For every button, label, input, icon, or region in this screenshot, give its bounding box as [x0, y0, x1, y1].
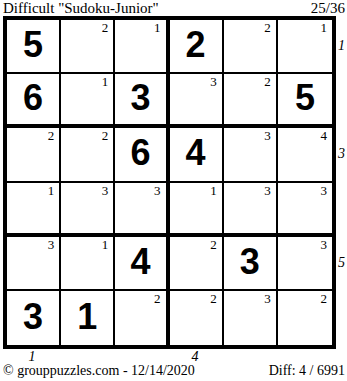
cell-r2c5[interactable]: 2: [224, 74, 278, 128]
cell-r2c1[interactable]: 6: [7, 74, 61, 128]
corner-mark: 2: [264, 20, 271, 35]
cell-r6c4[interactable]: 2: [170, 291, 224, 345]
copyright-text: © grouppuzzles.com - 12/14/2020: [3, 363, 195, 379]
cell-r1c5[interactable]: 2: [224, 20, 278, 74]
cell-r5c5[interactable]: 3: [224, 237, 278, 291]
row-label-5: 5: [338, 255, 345, 271]
cell-r3c2[interactable]: 2: [61, 128, 115, 182]
cell-r2c2[interactable]: 1: [61, 74, 115, 128]
given-digit: 3: [224, 237, 276, 289]
sudoku-page: Difficult "Sudoku-Junior" 25/36 52122161…: [0, 0, 347, 381]
corner-mark: 1: [48, 183, 55, 198]
corner-mark: 2: [210, 291, 217, 306]
corner-mark: 3: [154, 183, 161, 198]
cell-r1c6[interactable]: 1: [278, 20, 332, 74]
given-digit: 6: [115, 128, 165, 180]
corner-mark: 2: [102, 20, 109, 35]
given-digit: 3: [7, 291, 59, 345]
cell-r5c1[interactable]: 3: [7, 237, 61, 291]
cell-r5c4[interactable]: 2: [170, 237, 224, 291]
cell-r6c5[interactable]: 3: [224, 291, 278, 345]
corner-mark: 2: [210, 237, 217, 252]
cell-r2c4[interactable]: 3: [170, 74, 224, 128]
cell-r2c3[interactable]: 3: [115, 74, 169, 128]
cell-r3c6[interactable]: 4: [278, 128, 332, 182]
corner-mark: 3: [102, 183, 109, 198]
cell-r4c4[interactable]: 1: [170, 183, 224, 237]
col-label-4: 4: [192, 349, 199, 365]
corner-mark: 2: [321, 291, 328, 306]
corner-mark: 1: [102, 74, 109, 89]
col-label-1: 1: [29, 349, 36, 365]
given-digit: 6: [7, 74, 59, 124]
cell-r3c3[interactable]: 6: [115, 128, 169, 182]
cell-r4c3[interactable]: 3: [115, 183, 169, 237]
cell-r6c6[interactable]: 2: [278, 291, 332, 345]
corner-mark: 3: [264, 128, 271, 143]
corner-mark: 3: [264, 183, 271, 198]
cell-r4c2[interactable]: 3: [61, 183, 115, 237]
corner-mark: 1: [102, 237, 109, 252]
cell-r3c1[interactable]: 2: [7, 128, 61, 182]
corner-mark: 1: [154, 20, 161, 35]
cell-r6c3[interactable]: 2: [115, 291, 169, 345]
given-digit: 3: [115, 74, 165, 124]
cell-r5c3[interactable]: 4: [115, 237, 169, 291]
corner-mark: 2: [102, 128, 109, 143]
row-label-3: 3: [338, 146, 345, 162]
cell-r4c6[interactable]: 3: [278, 183, 332, 237]
corner-mark: 2: [48, 128, 55, 143]
given-digit: 4: [115, 237, 165, 289]
corner-mark: 3: [264, 291, 271, 306]
corner-mark: 2: [154, 291, 161, 306]
row-label-1: 1: [338, 38, 345, 54]
corner-mark: 1: [210, 183, 217, 198]
corner-mark: 3: [210, 74, 217, 89]
cell-r1c3[interactable]: 1: [115, 20, 169, 74]
cell-r5c6[interactable]: 3: [278, 237, 332, 291]
cell-r3c4[interactable]: 4: [170, 128, 224, 182]
cell-r2c6[interactable]: 5: [278, 74, 332, 128]
corner-mark: 3: [321, 237, 328, 252]
given-digit: 5: [7, 20, 59, 72]
cell-r6c1[interactable]: 3: [7, 291, 61, 345]
corner-mark: 4: [321, 128, 328, 143]
cell-r4c5[interactable]: 3: [224, 183, 278, 237]
sudoku-board: 521221613325226434133133314233312232: [3, 16, 336, 349]
difficulty-text: Diff: 4 / 6991: [269, 363, 345, 379]
progress-counter: 25/36: [311, 0, 345, 16]
corner-mark: 3: [48, 237, 55, 252]
cell-r1c2[interactable]: 2: [61, 20, 115, 74]
cell-r1c4[interactable]: 2: [170, 20, 224, 74]
given-digit: 4: [170, 128, 222, 180]
cell-r1c1[interactable]: 5: [7, 20, 61, 74]
given-digit: 1: [61, 291, 113, 345]
corner-mark: 2: [264, 74, 271, 89]
cell-r4c1[interactable]: 1: [7, 183, 61, 237]
cell-r5c2[interactable]: 1: [61, 237, 115, 291]
cell-r6c2[interactable]: 1: [61, 291, 115, 345]
corner-mark: 1: [321, 20, 328, 35]
given-digit: 5: [278, 74, 332, 124]
page-title: Difficult "Sudoku-Junior": [3, 0, 159, 16]
given-digit: 2: [170, 20, 222, 72]
corner-mark: 3: [321, 183, 328, 198]
cell-r3c5[interactable]: 3: [224, 128, 278, 182]
